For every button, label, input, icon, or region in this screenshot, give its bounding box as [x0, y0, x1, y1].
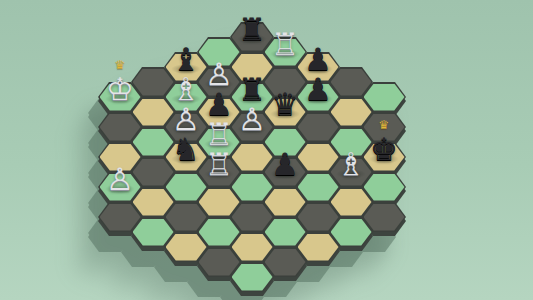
king-crown-marker: ♛	[379, 119, 390, 131]
white-king[interactable]: ♔♛	[98, 72, 142, 106]
black-pawn[interactable]: ♟	[263, 147, 307, 181]
king-glyph: ♔	[98, 72, 142, 106]
king-crown-marker: ♛	[115, 59, 126, 71]
white-rook[interactable]: ♖	[197, 147, 241, 181]
rook-glyph: ♖	[197, 147, 241, 181]
pawn-glyph: ♟	[263, 147, 307, 181]
hex-chess-board: ♔♛♙♖♗♙♖♙♖♙♗♝♜♟♟♜♛♟♞♟♚♛	[98, 22, 408, 294]
pawn-glyph: ♙	[98, 162, 142, 196]
white-pawn[interactable]: ♙	[98, 162, 142, 196]
scene-background: ♔♛♙♖♗♙♖♙♖♙♗♝♜♟♟♜♛♟♞♟♚♛	[0, 0, 533, 300]
bishop-glyph: ♗	[329, 147, 373, 181]
white-bishop[interactable]: ♗	[329, 147, 373, 181]
